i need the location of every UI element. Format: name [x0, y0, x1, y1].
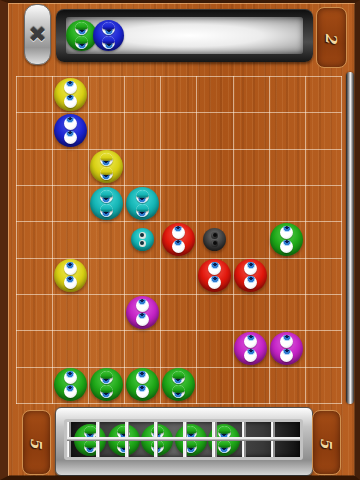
ball-green [208, 424, 240, 456]
eye-icon [84, 440, 97, 453]
eye-icon [136, 190, 149, 203]
eye-icon [64, 95, 77, 108]
eye-icon [100, 153, 113, 166]
eye-icon [100, 385, 113, 398]
eye-icon [208, 276, 221, 289]
ball-blue[interactable] [54, 114, 87, 147]
counter-value: 2 [323, 32, 341, 42]
eye-icon [218, 426, 231, 439]
eye-icon [100, 204, 113, 217]
eye-icon [136, 371, 149, 384]
ball-green[interactable] [126, 368, 159, 401]
eye-icon [151, 426, 164, 439]
eye-icon [184, 426, 197, 439]
eye-icon [211, 232, 218, 239]
eye-icon [64, 385, 77, 398]
eye-icon [139, 232, 146, 239]
ball-magenta[interactable] [270, 332, 303, 365]
eye-icon [280, 226, 293, 239]
eye-icon [64, 276, 77, 289]
eye-icon [64, 371, 77, 384]
eye-icon [136, 204, 149, 217]
ball-magenta[interactable] [234, 332, 267, 365]
ball-cyan-small[interactable] [131, 228, 154, 251]
eye-icon [117, 426, 130, 439]
goal-count-right: 5 [318, 437, 336, 447]
eye-icon [172, 385, 185, 398]
next-balls-tray-inner [66, 17, 303, 54]
ball-red[interactable] [234, 259, 267, 292]
eye-icon [117, 440, 130, 453]
eye-icon [100, 167, 113, 180]
eye-icon [184, 440, 197, 453]
menu-button[interactable]: ✖ [24, 4, 51, 65]
ball-blue [93, 20, 124, 51]
eye-icon [100, 371, 113, 384]
board[interactable] [16, 76, 342, 404]
ball-green [175, 424, 207, 456]
eye-icon [75, 22, 88, 35]
ball-green [141, 424, 173, 456]
eye-icon [151, 440, 164, 453]
eye-icon [136, 385, 149, 398]
ball-green[interactable] [162, 368, 195, 401]
eye-icon [102, 22, 115, 35]
eye-icon [280, 335, 293, 348]
eye-icon [244, 335, 257, 348]
eye-icon [64, 81, 77, 94]
eye-icon [244, 262, 257, 275]
eye-icon [280, 240, 293, 253]
eye-icon [172, 240, 185, 253]
eye-icon [136, 299, 149, 312]
collected-balls-tray [55, 407, 313, 476]
counter-tab: 2 [316, 7, 347, 68]
goal-count-left-tab: 5 [22, 410, 51, 475]
ball-yellow[interactable] [54, 259, 87, 292]
ball-yellow[interactable] [54, 78, 87, 111]
ball-green [108, 424, 140, 456]
goal-count-left: 5 [28, 437, 46, 447]
collected-balls [67, 422, 300, 457]
ball-green[interactable] [90, 368, 123, 401]
ball-cyan[interactable] [90, 187, 123, 220]
eye-icon [102, 36, 115, 49]
ball-green[interactable] [270, 223, 303, 256]
collected-balls-cage [64, 419, 303, 460]
eye-icon [244, 349, 257, 362]
next-balls-tray [56, 9, 313, 62]
eye-icon [64, 117, 77, 130]
game-screen: ✖ 2 5 5 [0, 0, 360, 480]
eye-icon [64, 262, 77, 275]
eye-icon [136, 313, 149, 326]
ball-gray-small[interactable] [203, 228, 226, 251]
ball-green [74, 424, 106, 456]
eye-icon [211, 240, 218, 247]
ball-red[interactable] [198, 259, 231, 292]
ball-cyan[interactable] [126, 187, 159, 220]
goal-count-right-tab: 5 [312, 410, 341, 475]
board-side-rail [346, 72, 354, 404]
eye-icon [64, 131, 77, 144]
eye-icon [208, 262, 221, 275]
eye-icon [218, 440, 231, 453]
eye-icon [75, 36, 88, 49]
eye-icon [84, 426, 97, 439]
ball-green[interactable] [54, 368, 87, 401]
eye-icon [172, 226, 185, 239]
eye-icon [172, 371, 185, 384]
ball-magenta[interactable] [126, 296, 159, 329]
eye-icon [244, 276, 257, 289]
ball-red[interactable] [162, 223, 195, 256]
eye-icon [139, 240, 146, 247]
close-x-icon: ✖ [28, 24, 46, 46]
eye-icon [280, 349, 293, 362]
ball-yellow[interactable] [90, 150, 123, 183]
eye-icon [100, 190, 113, 203]
